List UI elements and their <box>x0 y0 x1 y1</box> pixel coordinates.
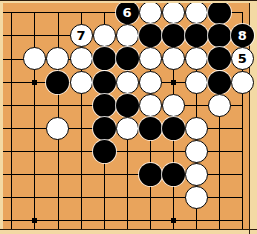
black-stone <box>93 94 116 117</box>
black-stone: 8 <box>231 24 254 47</box>
black-stone <box>139 117 162 140</box>
white-stone: 7 <box>70 24 93 47</box>
black-stone <box>139 24 162 47</box>
white-stone <box>208 94 231 117</box>
white-stone <box>162 1 185 24</box>
white-stone <box>139 94 162 117</box>
go-board[interactable]: 6785 <box>0 0 257 234</box>
black-stone <box>208 47 231 70</box>
black-stone <box>162 117 185 140</box>
black-stone <box>46 71 69 94</box>
black-stone <box>162 163 185 186</box>
white-stone <box>185 71 208 94</box>
board-frame-top <box>0 1 257 3</box>
white-stone <box>139 47 162 70</box>
white-stone <box>70 71 93 94</box>
black-stone <box>162 24 185 47</box>
black-stone <box>93 71 116 94</box>
white-stone <box>139 1 162 24</box>
white-stone <box>46 47 69 70</box>
white-stone <box>46 117 69 140</box>
white-stone <box>231 71 254 94</box>
black-stone <box>208 1 231 24</box>
black-stone <box>93 140 116 163</box>
white-stone <box>162 94 185 117</box>
black-stone <box>116 94 139 117</box>
star-point <box>32 80 37 85</box>
white-stone <box>185 163 208 186</box>
black-stone: 6 <box>116 1 139 24</box>
white-stone <box>116 71 139 94</box>
star-point <box>171 218 176 223</box>
white-stone: 5 <box>231 47 254 70</box>
stones-layer: 6785 <box>0 1 254 231</box>
white-stone <box>139 71 162 94</box>
star-point <box>171 80 176 85</box>
black-stone <box>208 71 231 94</box>
move-number-label: 5 <box>238 52 247 65</box>
black-stone <box>139 163 162 186</box>
white-stone <box>93 24 116 47</box>
white-stone <box>185 1 208 24</box>
move-number-label: 6 <box>123 6 132 19</box>
move-number-label: 8 <box>238 29 247 42</box>
white-stone <box>116 24 139 47</box>
move-number-label: 7 <box>77 29 86 42</box>
white-stone <box>116 117 139 140</box>
white-stone <box>185 186 208 209</box>
white-stone <box>185 140 208 163</box>
star-point <box>32 218 37 223</box>
white-stone <box>70 47 93 70</box>
black-stone <box>93 47 116 70</box>
black-stone <box>185 24 208 47</box>
white-stone <box>162 47 185 70</box>
white-stone <box>23 47 46 70</box>
white-stone <box>185 117 208 140</box>
board-edge-line-top <box>0 0 257 1</box>
black-stone <box>116 47 139 70</box>
black-stone <box>208 24 231 47</box>
black-stone <box>93 117 116 140</box>
white-stone <box>185 47 208 70</box>
